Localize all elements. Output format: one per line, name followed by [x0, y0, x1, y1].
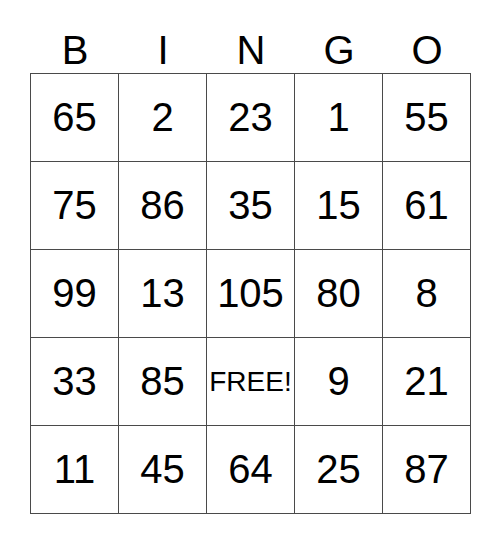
cell-r1-c4[interactable]: 61: [383, 162, 471, 250]
cell-r0-c2[interactable]: 23: [207, 74, 295, 162]
cell-r4-c4[interactable]: 87: [383, 426, 471, 514]
cell-r0-c4[interactable]: 55: [383, 74, 471, 162]
cell-r1-c0[interactable]: 75: [31, 162, 119, 250]
header-letter-b: B: [31, 27, 119, 73]
cell-r3-c3[interactable]: 9: [295, 338, 383, 426]
cell-r0-c0[interactable]: 65: [31, 74, 119, 162]
cell-r0-c1[interactable]: 2: [119, 74, 207, 162]
cell-r3-c0[interactable]: 33: [31, 338, 119, 426]
cell-r1-c2[interactable]: 35: [207, 162, 295, 250]
free-cell[interactable]: FREE!: [207, 338, 295, 426]
cell-r2-c1[interactable]: 13: [119, 250, 207, 338]
cell-r4-c3[interactable]: 25: [295, 426, 383, 514]
header-letter-n: N: [207, 27, 295, 73]
cell-r2-c4[interactable]: 8: [383, 250, 471, 338]
header-letter-i: I: [119, 27, 207, 73]
cell-r1-c3[interactable]: 15: [295, 162, 383, 250]
cell-r4-c2[interactable]: 64: [207, 426, 295, 514]
cell-r2-c3[interactable]: 80: [295, 250, 383, 338]
bingo-card-page: B I N G O 65 2 23 1 55 75 86 35 15 61 99…: [0, 0, 500, 544]
cell-r2-c0[interactable]: 99: [31, 250, 119, 338]
bingo-grid: 65 2 23 1 55 75 86 35 15 61 99 13 105 80…: [30, 73, 471, 514]
header-letter-g: G: [295, 27, 383, 73]
cell-r4-c1[interactable]: 45: [119, 426, 207, 514]
cell-r2-c2[interactable]: 105: [207, 250, 295, 338]
cell-r4-c0[interactable]: 11: [31, 426, 119, 514]
cell-r0-c3[interactable]: 1: [295, 74, 383, 162]
cell-r3-c1[interactable]: 85: [119, 338, 207, 426]
bingo-header-row: B I N G O: [31, 0, 500, 73]
cell-r3-c4[interactable]: 21: [383, 338, 471, 426]
cell-r1-c1[interactable]: 86: [119, 162, 207, 250]
header-letter-o: O: [383, 27, 471, 73]
